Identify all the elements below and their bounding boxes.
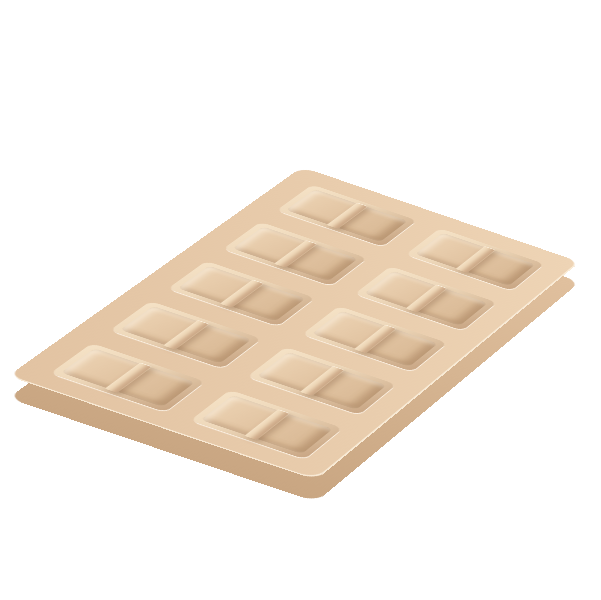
product-photo (0, 0, 601, 600)
cavity-floor (178, 266, 306, 322)
divider-rib (244, 409, 290, 440)
divider-rib (405, 284, 447, 312)
cavity-floor (364, 271, 487, 326)
cavity-floor (61, 348, 195, 407)
cavity-floor (201, 395, 333, 454)
cavity-floor (233, 227, 358, 281)
mold-top-surface (8, 167, 580, 480)
divider-rib (455, 246, 496, 273)
divider-rib (104, 362, 152, 393)
divider-rib (326, 202, 368, 229)
photo-background: { "scene": { "type": "product-photo", "d… (0, 0, 601, 600)
divider-rib (163, 320, 209, 349)
divider-rib (354, 324, 397, 353)
cavity-floor (286, 189, 408, 242)
divider-rib (300, 366, 345, 396)
cavity-floor (415, 233, 535, 286)
cavity-floor (312, 311, 438, 367)
divider-rib (274, 240, 317, 267)
divider-rib (219, 279, 264, 307)
cavity-grid (8, 167, 580, 480)
cavity-floor (120, 306, 251, 363)
cavity-floor (257, 352, 386, 410)
